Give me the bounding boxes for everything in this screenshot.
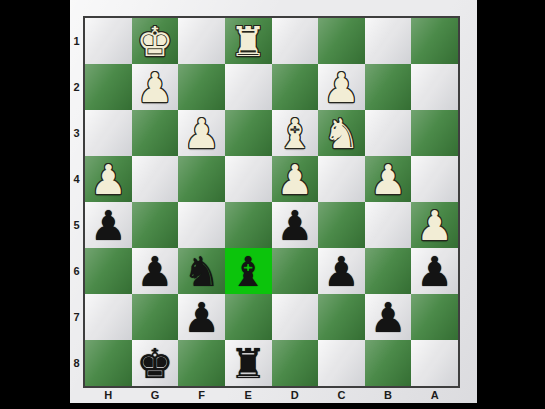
- square-g3[interactable]: [132, 110, 179, 156]
- square-e3[interactable]: [225, 110, 272, 156]
- square-a1[interactable]: [411, 18, 458, 64]
- piece-white-pawn: ♟: [411, 203, 458, 249]
- file-label-h: H: [85, 388, 132, 402]
- square-b1[interactable]: [365, 18, 412, 64]
- square-g2[interactable]: ♟: [132, 64, 179, 110]
- square-d1[interactable]: [272, 18, 319, 64]
- square-b3[interactable]: [365, 110, 412, 156]
- square-f4[interactable]: [178, 156, 225, 202]
- square-e7[interactable]: [225, 294, 272, 340]
- square-g6[interactable]: ♟: [132, 248, 179, 294]
- square-a5[interactable]: ♟: [411, 202, 458, 248]
- chessboard: ♚♜♟♟♟♝♞♟♟♟♟♟♟♟♞♝♟♟♟♟♚♜: [83, 16, 460, 388]
- piece-white-king: ♚: [132, 19, 179, 65]
- rank-label-5: 5: [70, 202, 83, 248]
- piece-black-king: ♚: [132, 341, 179, 387]
- rank-label-4: 4: [70, 156, 83, 202]
- square-d7[interactable]: [272, 294, 319, 340]
- square-a7[interactable]: [411, 294, 458, 340]
- piece-white-bishop: ♝: [272, 111, 319, 157]
- square-c3[interactable]: ♞: [318, 110, 365, 156]
- file-label-c: C: [318, 388, 365, 402]
- file-label-a: A: [411, 388, 458, 402]
- piece-white-knight: ♞: [318, 111, 365, 157]
- square-f1[interactable]: [178, 18, 225, 64]
- rank-labels: 12345678: [70, 18, 83, 386]
- rank-label-2: 2: [70, 64, 83, 110]
- square-b6[interactable]: [365, 248, 412, 294]
- rank-label-1: 1: [70, 18, 83, 64]
- board-panel: 12345678 ♚♜♟♟♟♝♞♟♟♟♟♟♟♟♞♝♟♟♟♟♚♜ HGFEDCBA: [70, 0, 477, 403]
- square-e4[interactable]: [225, 156, 272, 202]
- piece-black-knight: ♞: [178, 249, 225, 295]
- square-g4[interactable]: [132, 156, 179, 202]
- piece-black-rook: ♜: [225, 341, 272, 387]
- square-a6[interactable]: ♟: [411, 248, 458, 294]
- piece-black-pawn: ♟: [318, 249, 365, 295]
- piece-black-pawn: ♟: [411, 249, 458, 295]
- square-f6[interactable]: ♞: [178, 248, 225, 294]
- square-g1[interactable]: ♚: [132, 18, 179, 64]
- piece-white-pawn: ♟: [85, 157, 132, 203]
- square-f7[interactable]: ♟: [178, 294, 225, 340]
- square-a8[interactable]: [411, 340, 458, 386]
- square-c4[interactable]: [318, 156, 365, 202]
- square-b8[interactable]: [365, 340, 412, 386]
- letterbox-right: [477, 0, 545, 409]
- piece-black-pawn: ♟: [272, 203, 319, 249]
- square-h2[interactable]: [85, 64, 132, 110]
- square-e2[interactable]: [225, 64, 272, 110]
- square-d2[interactable]: [272, 64, 319, 110]
- square-b2[interactable]: [365, 64, 412, 110]
- file-label-f: F: [178, 388, 225, 402]
- file-label-d: D: [272, 388, 319, 402]
- square-h7[interactable]: [85, 294, 132, 340]
- square-h6[interactable]: [85, 248, 132, 294]
- square-e8[interactable]: ♜: [225, 340, 272, 386]
- square-d3[interactable]: ♝: [272, 110, 319, 156]
- square-d4[interactable]: ♟: [272, 156, 319, 202]
- square-h3[interactable]: [85, 110, 132, 156]
- piece-white-pawn: ♟: [318, 65, 365, 111]
- square-e6[interactable]: ♝: [225, 248, 272, 294]
- square-c2[interactable]: ♟: [318, 64, 365, 110]
- rank-label-3: 3: [70, 110, 83, 156]
- file-labels: HGFEDCBA: [85, 388, 458, 402]
- square-b7[interactable]: ♟: [365, 294, 412, 340]
- letterbox-left: [0, 0, 70, 409]
- square-d6[interactable]: [272, 248, 319, 294]
- square-c8[interactable]: [318, 340, 365, 386]
- piece-black-bishop: ♝: [225, 249, 272, 295]
- square-h5[interactable]: ♟: [85, 202, 132, 248]
- square-h8[interactable]: [85, 340, 132, 386]
- rank-label-8: 8: [70, 340, 83, 386]
- square-d5[interactable]: ♟: [272, 202, 319, 248]
- square-a4[interactable]: [411, 156, 458, 202]
- file-label-g: G: [132, 388, 179, 402]
- square-h1[interactable]: [85, 18, 132, 64]
- file-label-e: E: [225, 388, 272, 402]
- piece-white-pawn: ♟: [178, 111, 225, 157]
- piece-black-pawn: ♟: [85, 203, 132, 249]
- square-b5[interactable]: [365, 202, 412, 248]
- square-c7[interactable]: [318, 294, 365, 340]
- square-g8[interactable]: ♚: [132, 340, 179, 386]
- rank-label-7: 7: [70, 294, 83, 340]
- square-g7[interactable]: [132, 294, 179, 340]
- piece-white-rook: ♜: [225, 19, 272, 65]
- square-b4[interactable]: ♟: [365, 156, 412, 202]
- piece-white-pawn: ♟: [132, 65, 179, 111]
- square-e5[interactable]: [225, 202, 272, 248]
- file-label-b: B: [365, 388, 412, 402]
- piece-white-pawn: ♟: [272, 157, 319, 203]
- square-g5[interactable]: [132, 202, 179, 248]
- square-f8[interactable]: [178, 340, 225, 386]
- square-e1[interactable]: ♜: [225, 18, 272, 64]
- square-a3[interactable]: [411, 110, 458, 156]
- screenshot-root: 12345678 ♚♜♟♟♟♝♞♟♟♟♟♟♟♟♞♝♟♟♟♟♚♜ HGFEDCBA: [0, 0, 545, 409]
- square-f3[interactable]: ♟: [178, 110, 225, 156]
- square-f2[interactable]: [178, 64, 225, 110]
- square-c6[interactable]: ♟: [318, 248, 365, 294]
- piece-white-pawn: ♟: [365, 157, 412, 203]
- square-d8[interactable]: [272, 340, 319, 386]
- square-c1[interactable]: [318, 18, 365, 64]
- square-f5[interactable]: [178, 202, 225, 248]
- piece-black-pawn: ♟: [132, 249, 179, 295]
- piece-black-pawn: ♟: [365, 295, 412, 341]
- square-a2[interactable]: [411, 64, 458, 110]
- square-c5[interactable]: [318, 202, 365, 248]
- square-h4[interactable]: ♟: [85, 156, 132, 202]
- rank-label-6: 6: [70, 248, 83, 294]
- piece-black-pawn: ♟: [178, 295, 225, 341]
